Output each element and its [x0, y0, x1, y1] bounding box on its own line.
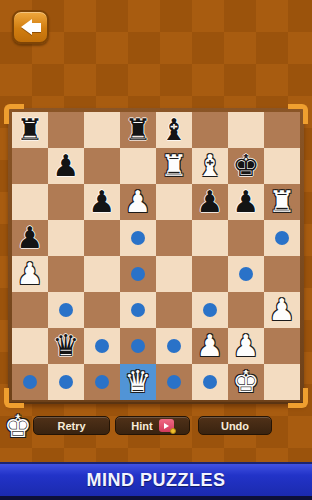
square-c3[interactable] [84, 292, 120, 328]
black-rook[interactable]: ♜ [125, 112, 152, 148]
square-a6[interactable] [12, 184, 48, 220]
square-f8[interactable] [192, 112, 228, 148]
square-f7[interactable]: ♝ [192, 148, 228, 184]
square-f4[interactable] [192, 256, 228, 292]
square-h2[interactable] [264, 328, 300, 364]
white-pawn[interactable]: ♟ [17, 256, 44, 292]
square-f6[interactable]: ♟ [192, 184, 228, 220]
chess-board[interactable]: ♜♜♝♟♜♝♚♟♟♟♟♜♟♟♟♛♟♟♛♚ [12, 112, 300, 400]
square-h8[interactable] [264, 112, 300, 148]
square-h4[interactable] [264, 256, 300, 292]
square-b1[interactable] [48, 364, 84, 400]
video-ad-icon [159, 419, 174, 432]
square-d5[interactable] [120, 220, 156, 256]
move-hint-dot[interactable] [167, 375, 181, 389]
undo-label: Undo [221, 420, 249, 432]
square-h7[interactable] [264, 148, 300, 184]
square-g8[interactable] [228, 112, 264, 148]
square-c6[interactable]: ♟ [84, 184, 120, 220]
square-g3[interactable] [228, 292, 264, 328]
square-g4[interactable] [228, 256, 264, 292]
square-e2[interactable] [156, 328, 192, 364]
square-c5[interactable] [84, 220, 120, 256]
square-a3[interactable] [12, 292, 48, 328]
square-c7[interactable] [84, 148, 120, 184]
white-pawn[interactable]: ♟ [125, 184, 152, 220]
move-hint-dot[interactable] [131, 231, 145, 245]
move-hint-dot[interactable] [95, 375, 109, 389]
move-hint-dot[interactable] [131, 339, 145, 353]
square-e8[interactable]: ♝ [156, 112, 192, 148]
black-rook[interactable]: ♜ [17, 112, 44, 148]
square-h5[interactable] [264, 220, 300, 256]
square-b5[interactable] [48, 220, 84, 256]
black-pawn[interactable]: ♟ [233, 184, 260, 220]
white-rook[interactable]: ♜ [161, 148, 188, 184]
move-hint-dot[interactable] [59, 375, 73, 389]
square-f3[interactable] [192, 292, 228, 328]
move-hint-dot[interactable] [239, 267, 253, 281]
move-hint-dot[interactable] [131, 267, 145, 281]
black-queen[interactable]: ♛ [53, 328, 80, 364]
retry-button[interactable]: Retry [33, 416, 110, 435]
move-hint-dot[interactable] [131, 303, 145, 317]
retry-label: Retry [57, 420, 85, 432]
square-g7[interactable]: ♚ [228, 148, 264, 184]
square-e3[interactable] [156, 292, 192, 328]
square-c1[interactable] [84, 364, 120, 400]
white-rook[interactable]: ♜ [269, 184, 296, 220]
white-king-icon: ♚ [4, 411, 32, 442]
back-arrow-icon [21, 19, 41, 35]
square-a2[interactable] [12, 328, 48, 364]
square-a5[interactable]: ♟ [12, 220, 48, 256]
square-b6[interactable] [48, 184, 84, 220]
white-bishop[interactable]: ♝ [197, 148, 224, 184]
square-h3[interactable]: ♟ [264, 292, 300, 328]
black-king[interactable]: ♚ [233, 148, 260, 184]
square-e5[interactable] [156, 220, 192, 256]
move-hint-dot[interactable] [203, 303, 217, 317]
square-e6[interactable] [156, 184, 192, 220]
black-bishop[interactable]: ♝ [161, 112, 188, 148]
square-h6[interactable]: ♜ [264, 184, 300, 220]
move-hint-dot[interactable] [95, 339, 109, 353]
square-e1[interactable] [156, 364, 192, 400]
black-pawn[interactable]: ♟ [89, 184, 116, 220]
hint-button[interactable]: Hint [115, 416, 190, 435]
square-c4[interactable] [84, 256, 120, 292]
square-b3[interactable] [48, 292, 84, 328]
square-g2[interactable]: ♟ [228, 328, 264, 364]
board-frame: ♜♜♝♟♜♝♚♟♟♟♟♜♟♟♟♛♟♟♛♚ [8, 108, 304, 404]
square-a7[interactable] [12, 148, 48, 184]
square-a4[interactable]: ♟ [12, 256, 48, 292]
move-hint-dot[interactable] [23, 375, 37, 389]
square-b7[interactable]: ♟ [48, 148, 84, 184]
black-pawn[interactable]: ♟ [197, 184, 224, 220]
square-f1[interactable] [192, 364, 228, 400]
undo-button[interactable]: Undo [198, 416, 272, 435]
square-c8[interactable] [84, 112, 120, 148]
black-pawn[interactable]: ♟ [53, 148, 80, 184]
square-g1[interactable]: ♚ [228, 364, 264, 400]
black-pawn[interactable]: ♟ [17, 220, 44, 256]
square-d8[interactable]: ♜ [120, 112, 156, 148]
ad-banner[interactable]: MIND PUZZLES [0, 462, 312, 500]
square-b8[interactable] [48, 112, 84, 148]
move-hint-dot[interactable] [275, 231, 289, 245]
banner-text: MIND PUZZLES [87, 470, 226, 491]
white-pawn[interactable]: ♟ [197, 328, 224, 364]
square-d7[interactable] [120, 148, 156, 184]
square-d2[interactable] [120, 328, 156, 364]
white-king[interactable]: ♚ [233, 364, 260, 400]
square-e7[interactable]: ♜ [156, 148, 192, 184]
move-hint-dot[interactable] [203, 375, 217, 389]
square-g5[interactable] [228, 220, 264, 256]
square-c2[interactable] [84, 328, 120, 364]
square-g6[interactable]: ♟ [228, 184, 264, 220]
hint-label: Hint [131, 420, 152, 432]
square-h1[interactable] [264, 364, 300, 400]
square-b4[interactable] [48, 256, 84, 292]
white-pawn[interactable]: ♟ [269, 292, 296, 328]
square-d1[interactable]: ♛ [120, 364, 156, 400]
square-e4[interactable] [156, 256, 192, 292]
square-a8[interactable]: ♜ [12, 112, 48, 148]
move-hint-dot[interactable] [167, 339, 181, 353]
square-f5[interactable] [192, 220, 228, 256]
move-hint-dot[interactable] [59, 303, 73, 317]
square-d6[interactable]: ♟ [120, 184, 156, 220]
square-d4[interactable] [120, 256, 156, 292]
square-d3[interactable] [120, 292, 156, 328]
square-f2[interactable]: ♟ [192, 328, 228, 364]
white-pawn[interactable]: ♟ [233, 328, 260, 364]
back-button[interactable] [12, 10, 49, 44]
square-a1[interactable] [12, 364, 48, 400]
square-b2[interactable]: ♛ [48, 328, 84, 364]
white-queen[interactable]: ♛ [125, 364, 152, 400]
